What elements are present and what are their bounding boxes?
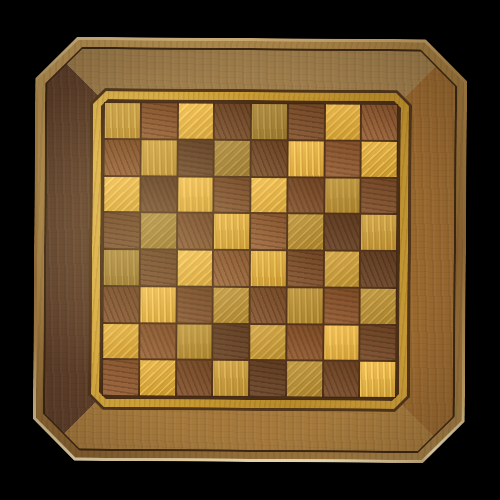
square-c5 bbox=[178, 214, 213, 249]
square-h5 bbox=[361, 215, 396, 250]
square-c7 bbox=[178, 140, 213, 175]
square-b7 bbox=[141, 140, 176, 175]
square-a2 bbox=[103, 323, 138, 358]
square-e7 bbox=[252, 141, 287, 176]
square-a8 bbox=[105, 103, 140, 138]
square-h7 bbox=[362, 142, 397, 177]
square-f8 bbox=[289, 104, 324, 139]
square-d2 bbox=[213, 324, 248, 359]
square-f7 bbox=[288, 141, 323, 176]
square-h6 bbox=[362, 178, 397, 213]
square-c2 bbox=[177, 324, 212, 359]
square-e8 bbox=[252, 104, 287, 139]
square-g8 bbox=[325, 105, 360, 140]
square-g5 bbox=[325, 215, 360, 250]
square-a6 bbox=[104, 176, 139, 211]
square-b8 bbox=[142, 103, 177, 138]
square-d5 bbox=[214, 214, 249, 249]
square-h1 bbox=[360, 362, 395, 397]
square-e6 bbox=[251, 178, 286, 213]
square-f5 bbox=[288, 215, 323, 250]
square-f3 bbox=[287, 288, 322, 323]
square-f6 bbox=[288, 178, 323, 213]
square-d8 bbox=[215, 104, 250, 139]
square-a3 bbox=[103, 287, 138, 322]
square-e1 bbox=[250, 361, 285, 396]
square-b4 bbox=[141, 250, 176, 285]
checkerboard-grid bbox=[102, 102, 398, 398]
square-d1 bbox=[213, 361, 248, 396]
square-a4 bbox=[104, 250, 139, 285]
square-b6 bbox=[141, 177, 176, 212]
square-d6 bbox=[215, 177, 250, 212]
square-c6 bbox=[178, 177, 213, 212]
square-b3 bbox=[140, 287, 175, 322]
square-g6 bbox=[325, 178, 360, 213]
square-d3 bbox=[214, 287, 249, 322]
square-h8 bbox=[362, 105, 397, 140]
square-b5 bbox=[141, 213, 176, 248]
square-b1 bbox=[140, 360, 175, 395]
square-e5 bbox=[251, 214, 286, 249]
square-f2 bbox=[287, 325, 322, 360]
square-a7 bbox=[105, 140, 140, 175]
square-g3 bbox=[324, 288, 359, 323]
square-c1 bbox=[176, 361, 211, 396]
square-d4 bbox=[214, 251, 249, 286]
chessboard bbox=[33, 36, 468, 463]
square-c3 bbox=[177, 287, 212, 322]
square-g7 bbox=[325, 141, 360, 176]
square-g2 bbox=[324, 325, 359, 360]
square-e4 bbox=[251, 251, 286, 286]
square-h2 bbox=[360, 325, 395, 360]
square-a5 bbox=[104, 213, 139, 248]
square-f1 bbox=[287, 362, 322, 397]
square-c8 bbox=[178, 103, 213, 138]
square-g4 bbox=[324, 252, 359, 287]
square-f4 bbox=[287, 251, 322, 286]
square-h3 bbox=[361, 289, 396, 324]
square-g1 bbox=[323, 362, 358, 397]
panel-border-seam bbox=[88, 88, 412, 412]
square-d7 bbox=[215, 141, 250, 176]
square-e2 bbox=[250, 325, 285, 360]
square-b2 bbox=[140, 324, 175, 359]
square-a1 bbox=[103, 360, 138, 395]
square-h4 bbox=[361, 252, 396, 287]
square-c4 bbox=[177, 250, 212, 285]
photo-background bbox=[0, 0, 500, 500]
square-e3 bbox=[250, 288, 285, 323]
